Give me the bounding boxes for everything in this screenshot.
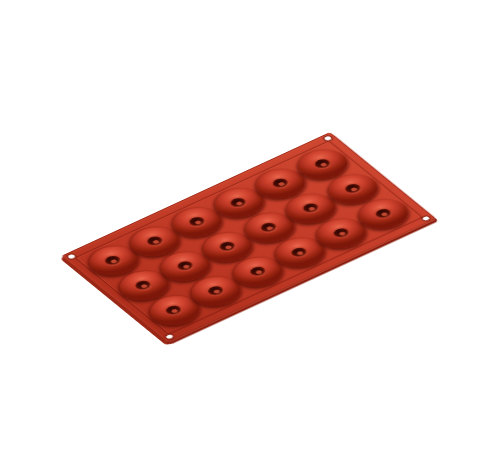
cavity-center-hole xyxy=(289,246,310,259)
cavity-center-highlight xyxy=(110,259,118,264)
cavity-center-hole xyxy=(258,221,279,234)
product-photo xyxy=(0,0,500,450)
cavity-center-hole xyxy=(144,235,165,248)
cavity-center-hole xyxy=(270,177,291,190)
silicone-mold xyxy=(61,132,437,343)
cavity-center-highlight xyxy=(235,201,243,206)
cavity-center-highlight xyxy=(277,181,285,186)
cavity-center-highlight xyxy=(296,250,304,255)
cavity-center-highlight xyxy=(338,231,346,236)
cavity-center-highlight xyxy=(254,270,262,275)
cavity-center-highlight xyxy=(319,162,327,167)
cavity-center-hole xyxy=(372,207,393,220)
cavity-center-hole xyxy=(300,202,321,215)
cavity-center-hole xyxy=(228,196,249,209)
cavity-center-hole xyxy=(186,215,207,228)
cavity-center-highlight xyxy=(350,187,358,192)
cavity-center-hole xyxy=(312,157,333,170)
cavity-center-highlight xyxy=(213,289,221,294)
cavity-center-highlight xyxy=(152,239,160,244)
cavity-center-highlight xyxy=(182,264,190,269)
cavity-center-hole xyxy=(247,265,268,278)
cavity-center-hole xyxy=(217,240,238,253)
cavity-center-highlight xyxy=(266,226,274,231)
cavity-center-highlight xyxy=(171,308,179,313)
cavity-center-hole xyxy=(102,254,123,267)
cavity-center-highlight xyxy=(140,283,148,288)
cavity-center-hole xyxy=(342,182,363,195)
cavity-center-hole xyxy=(331,226,352,239)
cavity-center-hole xyxy=(133,279,154,292)
cavity-center-highlight xyxy=(224,245,232,250)
cavity-center-hole xyxy=(175,259,196,272)
cavity-center-highlight xyxy=(308,206,316,211)
cavity-center-highlight xyxy=(380,212,388,217)
cavity-center-hole xyxy=(205,284,226,297)
cavity-center-hole xyxy=(163,304,184,317)
cavity-center-highlight xyxy=(194,220,202,225)
